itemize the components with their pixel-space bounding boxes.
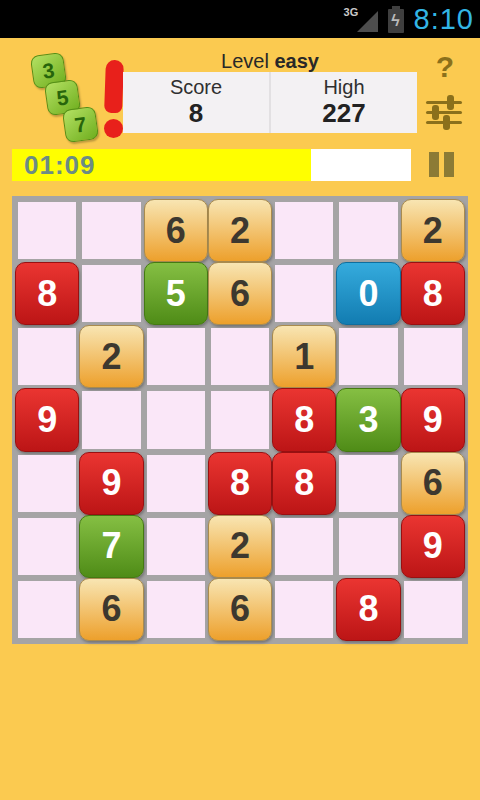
- board-cell-r1c4[interactable]: 2: [211, 202, 269, 259]
- board-cell-r7c5[interactable]: [275, 581, 333, 638]
- tile-0-blue[interactable]: 0: [336, 262, 400, 325]
- score-label: Score: [170, 76, 222, 99]
- game-board: 622856082198399886729668: [12, 196, 468, 644]
- settings-sliders-icon[interactable]: [426, 98, 462, 126]
- board-cell-r6c4[interactable]: 2: [211, 518, 269, 575]
- board-cell-r6c7[interactable]: 9: [404, 518, 462, 575]
- board-cell-r2c3[interactable]: 5: [147, 265, 205, 322]
- board-cell-r4c1[interactable]: 9: [18, 391, 76, 448]
- tile-8-red[interactable]: 8: [208, 452, 272, 515]
- board-cell-r4c5[interactable]: 8: [275, 391, 333, 448]
- board-cell-r5c1[interactable]: [18, 455, 76, 512]
- pause-icon: [429, 152, 439, 177]
- board-cell-r2c1[interactable]: 8: [18, 265, 76, 322]
- tile-2-orange[interactable]: 2: [401, 199, 465, 262]
- logo-exclamation-dot-icon: [104, 119, 123, 138]
- board-cell-r7c6[interactable]: 8: [339, 581, 397, 638]
- board-cell-r3c2[interactable]: 2: [82, 328, 140, 385]
- tile-9-red[interactable]: 9: [79, 452, 143, 515]
- level-indicator: Level easy: [123, 50, 417, 73]
- tile-2-orange[interactable]: 2: [208, 515, 272, 578]
- board-cell-r1c7[interactable]: 2: [404, 202, 462, 259]
- status-bar: 3G ϟ 8:10: [0, 0, 480, 38]
- tile-2-orange[interactable]: 2: [208, 199, 272, 262]
- tile-2-orange[interactable]: 2: [79, 325, 143, 388]
- board-cell-r1c5[interactable]: [275, 202, 333, 259]
- board-cell-r4c2[interactable]: [82, 391, 140, 448]
- app-screen: 3G ϟ 8:10 3 5 7 Level easy Score 8 High …: [0, 0, 480, 800]
- tile-8-red[interactable]: 8: [272, 452, 336, 515]
- board-cell-r7c7[interactable]: [404, 581, 462, 638]
- tile-6-orange[interactable]: 6: [208, 578, 272, 641]
- tile-8-red[interactable]: 8: [15, 262, 79, 325]
- tile-6-orange[interactable]: 6: [401, 452, 465, 515]
- board-cell-r6c5[interactable]: [275, 518, 333, 575]
- tile-7-green[interactable]: 7: [79, 515, 143, 578]
- tile-8-red[interactable]: 8: [401, 262, 465, 325]
- board-cell-r5c7[interactable]: 6: [404, 455, 462, 512]
- level-value: easy: [274, 50, 319, 72]
- high-score-label: High: [323, 76, 364, 99]
- board-cell-r6c3[interactable]: [147, 518, 205, 575]
- lightning-icon: ϟ: [391, 13, 399, 29]
- board-cell-r6c2[interactable]: 7: [82, 518, 140, 575]
- board-cell-r4c4[interactable]: [211, 391, 269, 448]
- board-cell-r6c1[interactable]: [18, 518, 76, 575]
- signal-icon: 3G: [344, 6, 378, 32]
- tile-5-green[interactable]: 5: [144, 262, 208, 325]
- tile-6-orange[interactable]: 6: [208, 262, 272, 325]
- tile-9-red[interactable]: 9: [401, 515, 465, 578]
- board-cell-r3c7[interactable]: [404, 328, 462, 385]
- signal-triangle-icon: [357, 11, 378, 32]
- battery-charging-icon: ϟ: [388, 6, 404, 33]
- board-cell-r7c4[interactable]: 6: [211, 581, 269, 638]
- board-cell-r2c6[interactable]: 0: [339, 265, 397, 322]
- tile-6-orange[interactable]: 6: [79, 578, 143, 641]
- board-cell-r7c3[interactable]: [147, 581, 205, 638]
- board-cell-r2c7[interactable]: 8: [404, 265, 462, 322]
- board-cell-r1c6[interactable]: [339, 202, 397, 259]
- board-cell-r3c5[interactable]: 1: [275, 328, 333, 385]
- tile-8-red[interactable]: 8: [272, 388, 336, 451]
- board-cell-r6c6[interactable]: [339, 518, 397, 575]
- score-column: Score 8: [123, 72, 269, 133]
- tile-9-red[interactable]: 9: [15, 388, 79, 451]
- board-cell-r5c3[interactable]: [147, 455, 205, 512]
- board-cell-r5c2[interactable]: 9: [82, 455, 140, 512]
- board-cell-r1c1[interactable]: [18, 202, 76, 259]
- board-cell-r5c4[interactable]: 8: [211, 455, 269, 512]
- board-cell-r4c3[interactable]: [147, 391, 205, 448]
- tile-9-red[interactable]: 9: [401, 388, 465, 451]
- tile-1-orange[interactable]: 1: [272, 325, 336, 388]
- board-cell-r1c3[interactable]: 6: [147, 202, 205, 259]
- board-cell-r3c4[interactable]: [211, 328, 269, 385]
- status-clock: 8:10: [414, 3, 474, 36]
- board-cell-r3c3[interactable]: [147, 328, 205, 385]
- board-cell-r2c5[interactable]: [275, 265, 333, 322]
- timer-progress-bar: 01:09: [12, 149, 411, 181]
- logo-exclamation-icon: [104, 60, 124, 114]
- board-cell-r4c6[interactable]: 3: [339, 391, 397, 448]
- pause-button[interactable]: [429, 152, 455, 177]
- tile-8-red[interactable]: 8: [336, 578, 400, 641]
- app-logo: 3 5 7: [20, 50, 130, 145]
- help-button[interactable]: ?: [436, 52, 454, 82]
- board-cell-r5c6[interactable]: [339, 455, 397, 512]
- logo-tile-7: 7: [62, 106, 99, 143]
- board-cell-r7c1[interactable]: [18, 581, 76, 638]
- score-panel: Score 8 High 227: [123, 72, 417, 133]
- board-cell-r3c6[interactable]: [339, 328, 397, 385]
- board-cell-r3c1[interactable]: [18, 328, 76, 385]
- timer-value: 01:09: [24, 149, 96, 181]
- tile-6-orange[interactable]: 6: [144, 199, 208, 262]
- high-score-value: 227: [322, 99, 365, 129]
- board-cell-r2c2[interactable]: [82, 265, 140, 322]
- board-cell-r7c2[interactable]: 6: [82, 581, 140, 638]
- score-value: 8: [189, 99, 203, 129]
- board-cell-r4c7[interactable]: 9: [404, 391, 462, 448]
- board-cell-r2c4[interactable]: 6: [211, 265, 269, 322]
- high-score-column: High 227: [269, 72, 417, 133]
- level-label: Level: [221, 50, 269, 72]
- board-cell-r1c2[interactable]: [82, 202, 140, 259]
- tile-3-green[interactable]: 3: [336, 388, 400, 451]
- board-cell-r5c5[interactable]: 8: [275, 455, 333, 512]
